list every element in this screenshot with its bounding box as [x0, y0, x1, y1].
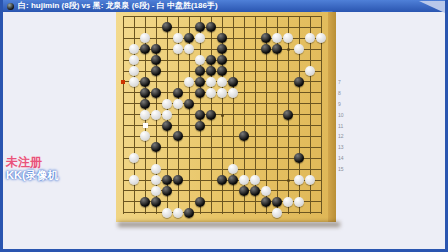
- black-stone: [140, 99, 150, 109]
- go-board[interactable]: 789101112131415: [116, 12, 328, 222]
- black-stone: [140, 77, 150, 87]
- black-stone: [151, 66, 161, 76]
- window-title: 白: hujimin (8段) vs 黑: 龙泉泉 (6段) - 白 中盘胜(1…: [18, 0, 218, 12]
- row-coordinate-label: 11: [338, 123, 343, 129]
- white-stone: [184, 77, 194, 87]
- black-stone: [195, 121, 205, 131]
- white-stone: [294, 197, 304, 207]
- white-stone: [151, 110, 161, 120]
- black-stone: [184, 208, 194, 218]
- corner-wedge-icon: [419, 1, 445, 13]
- row-coordinate-label: 8: [338, 90, 341, 96]
- black-stone: [283, 110, 293, 120]
- black-stone: [228, 77, 238, 87]
- white-stone: [162, 110, 172, 120]
- board-shadow: [118, 222, 340, 227]
- white-stone: [261, 186, 271, 196]
- black-stone: [239, 186, 249, 196]
- app-window: 白: hujimin (8段) vs 黑: 龙泉泉 (6段) - 白 中盘胜(1…: [0, 0, 448, 252]
- row-coordinate-label: 7: [338, 79, 341, 85]
- white-stone: [305, 175, 315, 185]
- black-stone: [162, 121, 172, 131]
- row-coordinate-label: 12: [338, 133, 344, 139]
- black-stone: [217, 66, 227, 76]
- red-square-marker: [121, 80, 125, 84]
- black-stone: [140, 197, 150, 207]
- white-stone: [250, 175, 260, 185]
- black-stone: [294, 77, 304, 87]
- white-stone: [162, 208, 172, 218]
- white-stone: [206, 77, 216, 87]
- white-stone: [217, 77, 227, 87]
- black-stone: [206, 66, 216, 76]
- black-stone: [195, 110, 205, 120]
- white-stone: [283, 197, 293, 207]
- white-stone: [162, 99, 172, 109]
- white-stone: [140, 110, 150, 120]
- row-coordinate-label: 15: [338, 166, 344, 172]
- black-stone: [195, 66, 205, 76]
- black-stone: [162, 186, 172, 196]
- star-point: [221, 114, 224, 117]
- watermark: 未注册 KK(录像机: [6, 155, 59, 182]
- row-coordinate-label: 10: [338, 112, 344, 118]
- row-coordinate-label: 14: [338, 155, 344, 161]
- watermark-line1: 未注册: [6, 155, 59, 169]
- black-stone: [151, 88, 161, 98]
- black-stone: [272, 197, 282, 207]
- white-stone: [151, 186, 161, 196]
- black-stone: [162, 175, 172, 185]
- white-stone: [173, 208, 183, 218]
- white-stone: [129, 77, 139, 87]
- black-stone: [228, 175, 238, 185]
- black-stone: [261, 197, 271, 207]
- white-stone: [272, 208, 282, 218]
- white-stone: [129, 66, 139, 76]
- title-bar[interactable]: 白: hujimin (8段) vs 黑: 龙泉泉 (6段) - 白 中盘胜(1…: [3, 0, 445, 12]
- go-stone-icon: [7, 3, 14, 10]
- watermark-line2: KK(录像机: [6, 169, 59, 182]
- board-side-edge: [328, 12, 336, 222]
- black-stone: [151, 197, 161, 207]
- black-stone: [184, 99, 194, 109]
- black-stone: [195, 88, 205, 98]
- white-square-marker: [143, 123, 148, 128]
- white-stone: [151, 175, 161, 185]
- black-stone: [195, 77, 205, 87]
- row-coordinate-label: 9: [338, 101, 341, 107]
- white-stone: [173, 99, 183, 109]
- white-stone: [206, 88, 216, 98]
- white-stone: [305, 66, 315, 76]
- white-stone: [129, 175, 139, 185]
- black-stone: [173, 88, 183, 98]
- row-coordinate-label: 13: [338, 144, 344, 150]
- black-stone: [206, 110, 216, 120]
- white-stone: [239, 175, 249, 185]
- white-stone: [228, 88, 238, 98]
- white-stone: [217, 88, 227, 98]
- black-stone: [195, 197, 205, 207]
- black-stone: [217, 175, 227, 185]
- star-point: [287, 179, 290, 182]
- white-stone: [316, 33, 326, 43]
- black-stone: [173, 175, 183, 185]
- black-stone: [250, 186, 260, 196]
- white-stone: [294, 175, 304, 185]
- black-stone: [140, 88, 150, 98]
